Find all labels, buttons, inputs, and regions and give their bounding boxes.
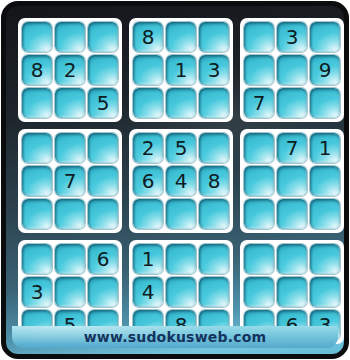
sudoku-cell-r3c4[interactable] <box>133 88 163 118</box>
footer-bar: www.sudokusweb.com <box>12 326 338 348</box>
sudoku-cell-r5c4: 6 <box>133 166 163 196</box>
sudoku-cell-r6c4[interactable] <box>133 199 163 229</box>
sudoku-cell-r2c7[interactable] <box>244 55 274 85</box>
sudoku-cell-r1c3[interactable] <box>88 22 118 52</box>
sudoku-cell-r8c1: 3 <box>22 277 52 307</box>
sudoku-cell-r7c7[interactable] <box>244 244 274 274</box>
sudoku-cell-r2c1: 8 <box>22 55 52 85</box>
sudoku-cell-r1c4: 8 <box>133 22 163 52</box>
sudoku-cell-r4c5: 5 <box>166 133 196 163</box>
sudoku-cell-r3c3: 5 <box>88 88 118 118</box>
sudoku-cell-r1c9[interactable] <box>310 22 340 52</box>
sudoku-cell-r7c9[interactable] <box>310 244 340 274</box>
sudoku-box-6: 71 <box>240 129 344 233</box>
sudoku-cell-r8c8[interactable] <box>277 277 307 307</box>
sudoku-cell-r8c9[interactable] <box>310 277 340 307</box>
sudoku-cell-r2c9: 9 <box>310 55 340 85</box>
sudoku-cell-r7c1[interactable] <box>22 244 52 274</box>
sudoku-cell-r5c7[interactable] <box>244 166 274 196</box>
sudoku-cell-r5c8[interactable] <box>277 166 307 196</box>
sudoku-cell-r8c6[interactable] <box>199 277 229 307</box>
sudoku-cell-r3c5[interactable] <box>166 88 196 118</box>
sudoku-cell-r4c2[interactable] <box>55 133 85 163</box>
sudoku-cell-r6c1[interactable] <box>22 199 52 229</box>
sudoku-cell-r6c9[interactable] <box>310 199 340 229</box>
sudoku-cell-r7c6[interactable] <box>199 244 229 274</box>
sudoku-cell-r8c3[interactable] <box>88 277 118 307</box>
sudoku-cell-r7c2[interactable] <box>55 244 85 274</box>
sudoku-cell-r8c2[interactable] <box>55 277 85 307</box>
sudoku-cell-r1c6[interactable] <box>199 22 229 52</box>
footer-url[interactable]: www.sudokusweb.com <box>84 329 267 345</box>
sudoku-cell-r2c2: 2 <box>55 55 85 85</box>
sudoku-cell-r6c7[interactable] <box>244 199 274 229</box>
sudoku-cell-r6c5[interactable] <box>166 199 196 229</box>
sudoku-cell-r4c7[interactable] <box>244 133 274 163</box>
sudoku-cell-r2c4[interactable] <box>133 55 163 85</box>
sudoku-cell-r1c1[interactable] <box>22 22 52 52</box>
sudoku-cell-r4c6[interactable] <box>199 133 229 163</box>
sudoku-box-4: 7 <box>18 129 122 233</box>
sudoku-cell-r2c3[interactable] <box>88 55 118 85</box>
sudoku-cell-r1c7[interactable] <box>244 22 274 52</box>
sudoku-cell-r4c1[interactable] <box>22 133 52 163</box>
sudoku-cell-r3c2[interactable] <box>55 88 85 118</box>
sudoku-cell-r5c5: 4 <box>166 166 196 196</box>
sudoku-board: 8258133977256487163514863 <box>18 18 344 344</box>
sudoku-cell-r6c3[interactable] <box>88 199 118 229</box>
sudoku-cell-r7c3: 6 <box>88 244 118 274</box>
sudoku-cell-r5c1[interactable] <box>22 166 52 196</box>
sudoku-cell-r3c9[interactable] <box>310 88 340 118</box>
sudoku-cell-r3c1[interactable] <box>22 88 52 118</box>
sudoku-cell-r7c4: 1 <box>133 244 163 274</box>
sudoku-cell-r5c3[interactable] <box>88 166 118 196</box>
sudoku-cell-r4c9: 1 <box>310 133 340 163</box>
sudoku-box-2: 813 <box>129 18 233 122</box>
sudoku-cell-r4c4: 2 <box>133 133 163 163</box>
sudoku-cell-r2c8[interactable] <box>277 55 307 85</box>
sudoku-cell-r1c8: 3 <box>277 22 307 52</box>
sudoku-cell-r7c5[interactable] <box>166 244 196 274</box>
sudoku-cell-r7c8[interactable] <box>277 244 307 274</box>
sudoku-cell-r1c2[interactable] <box>55 22 85 52</box>
sudoku-cell-r1c5[interactable] <box>166 22 196 52</box>
sudoku-box-3: 397 <box>240 18 344 122</box>
sudoku-cell-r5c2: 7 <box>55 166 85 196</box>
sudoku-cell-r6c2[interactable] <box>55 199 85 229</box>
sudoku-cell-r5c9[interactable] <box>310 166 340 196</box>
sudoku-plaque: 8258133977256487163514863 www.sudokusweb… <box>1 1 349 359</box>
sudoku-cell-r4c3[interactable] <box>88 133 118 163</box>
sudoku-cell-r2c5: 1 <box>166 55 196 85</box>
sudoku-cell-r6c8[interactable] <box>277 199 307 229</box>
sudoku-screenshot: 8258133977256487163514863 www.sudokusweb… <box>0 0 350 360</box>
sudoku-box-1: 825 <box>18 18 122 122</box>
sudoku-box-5: 25648 <box>129 129 233 233</box>
sudoku-cell-r6c6[interactable] <box>199 199 229 229</box>
sudoku-cell-r8c7[interactable] <box>244 277 274 307</box>
sudoku-cell-r5c6: 8 <box>199 166 229 196</box>
sudoku-cell-r8c4: 4 <box>133 277 163 307</box>
sudoku-cell-r4c8: 7 <box>277 133 307 163</box>
sudoku-cell-r3c8[interactable] <box>277 88 307 118</box>
sudoku-cell-r8c5[interactable] <box>166 277 196 307</box>
sudoku-cell-r3c6[interactable] <box>199 88 229 118</box>
sudoku-cell-r3c7: 7 <box>244 88 274 118</box>
sudoku-cell-r2c6: 3 <box>199 55 229 85</box>
